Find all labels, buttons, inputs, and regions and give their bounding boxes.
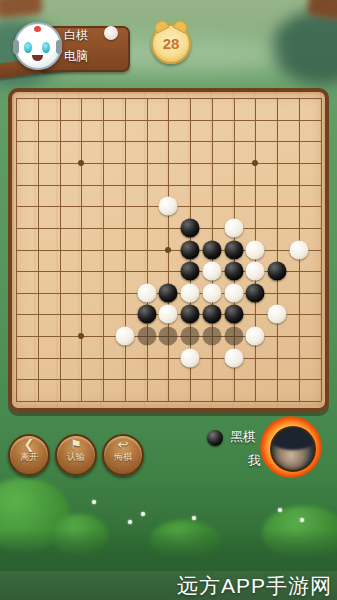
stone-ghost — [202, 327, 221, 346]
stone-black — [181, 305, 200, 324]
undo-move-button[interactable]: ↩ 悔棋 — [102, 434, 144, 476]
grid-line-horizontal — [16, 401, 321, 402]
timer-value: 28 — [153, 35, 189, 52]
stone-white — [268, 305, 287, 324]
robot-eye-icon — [24, 42, 32, 53]
stone-white — [115, 327, 134, 346]
stone-white — [202, 283, 221, 302]
stone-white — [202, 262, 221, 281]
resign-button[interactable]: ⚑ 认输 — [55, 434, 97, 476]
stone-white — [224, 348, 243, 367]
stone-black — [181, 262, 200, 281]
star-point — [78, 333, 84, 339]
grid-line-horizontal — [16, 379, 321, 380]
grid-line-horizontal — [16, 358, 321, 359]
stone-black — [268, 262, 287, 281]
player-name: 我 — [248, 454, 261, 468]
stone-black — [137, 305, 156, 324]
robot-forehead-icon — [34, 26, 41, 32]
flower — [128, 520, 132, 524]
stone-white — [181, 348, 200, 367]
stone-black — [181, 240, 200, 259]
top-bar: 白棋 电脑 28 — [0, 0, 337, 88]
undo-button-label: 悔棋 — [104, 452, 142, 462]
player-avatar[interactable] — [270, 426, 316, 472]
opponent-name: 电脑 — [64, 49, 88, 63]
stone-black — [246, 283, 265, 302]
stone-black — [224, 240, 243, 259]
clock-bell-icon — [152, 18, 169, 33]
turn-timer: 28 — [151, 24, 191, 64]
resign-button-label: 认输 — [57, 452, 95, 462]
robot-mouth-icon — [32, 55, 43, 61]
flower — [278, 508, 282, 512]
stone-black — [181, 218, 200, 237]
flag-icon: ⚑ — [57, 438, 95, 452]
watermark-text: 远方APP手游网 — [177, 574, 337, 597]
board-frame — [8, 88, 329, 412]
flower — [92, 500, 96, 504]
star-point — [165, 247, 171, 253]
stone-ghost — [224, 327, 243, 346]
stone-black — [202, 305, 221, 324]
stone-black — [224, 305, 243, 324]
watermark-bar: 远方APP手游网 — [0, 571, 337, 600]
stone-black — [202, 240, 221, 259]
game-screen: 白棋 电脑 28 ❮ 离开 ⚑ 认输 ↩ 悔棋 — [0, 0, 337, 600]
robot-ear-icon — [13, 40, 19, 54]
stone-white — [159, 305, 178, 324]
leave-button[interactable]: ❮ 离开 — [8, 434, 50, 476]
star-point — [252, 160, 258, 166]
leave-button-label: 离开 — [10, 452, 48, 462]
grid-line-vertical — [321, 98, 322, 401]
stone-white — [246, 240, 265, 259]
robot-eye-icon — [42, 42, 50, 53]
flame-ring — [260, 416, 322, 478]
stone-ghost — [181, 327, 200, 346]
opponent-info: 白棋 电脑 — [64, 28, 88, 63]
bottom-bar: ❮ 离开 ⚑ 认输 ↩ 悔棋 黑棋 我 — [0, 418, 337, 498]
stone-white — [246, 327, 265, 346]
opponent-avatar[interactable] — [14, 22, 62, 70]
clock-bell-icon — [172, 18, 189, 33]
opponent-side-label: 白棋 — [64, 28, 88, 42]
stone-ghost — [159, 327, 178, 346]
avatar-hair — [270, 426, 316, 450]
black-stone-icon — [207, 430, 223, 446]
grid-line-vertical — [277, 98, 278, 401]
board-grid[interactable] — [16, 98, 321, 401]
flower — [300, 518, 304, 522]
player-side-label: 黑棋 — [230, 430, 256, 444]
undo-icon: ↩ — [104, 438, 142, 452]
stone-white — [289, 240, 308, 259]
stone-white — [246, 262, 265, 281]
back-chevron-icon: ❮ — [10, 438, 48, 452]
stone-white — [137, 283, 156, 302]
stone-white — [181, 283, 200, 302]
stone-white — [224, 218, 243, 237]
flower — [141, 512, 145, 516]
white-stone-icon — [104, 26, 118, 40]
flower — [192, 516, 196, 520]
stone-ghost — [137, 327, 156, 346]
stone-black — [159, 283, 178, 302]
stone-black — [224, 262, 243, 281]
stone-white — [224, 283, 243, 302]
stone-white — [159, 197, 178, 216]
robot-ear-icon — [56, 40, 62, 54]
star-point — [78, 160, 84, 166]
